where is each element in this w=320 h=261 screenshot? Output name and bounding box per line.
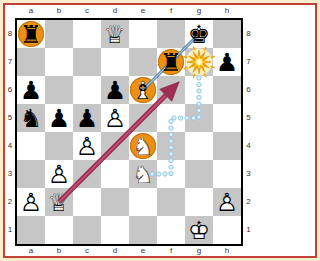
highlight-circle-e6 <box>130 77 156 103</box>
square-c7[interactable] <box>73 48 101 76</box>
square-a1[interactable] <box>17 216 45 244</box>
file-label: b <box>45 246 73 256</box>
square-a5[interactable] <box>17 104 45 132</box>
file-labels-top: abcdefgh <box>17 5 241 17</box>
square-b4[interactable] <box>45 132 73 160</box>
square-e3[interactable] <box>129 160 157 188</box>
highlight-circle-f7 <box>158 49 184 75</box>
rank-label: 2 <box>5 188 15 216</box>
square-e6[interactable] <box>129 76 157 104</box>
square-g4[interactable] <box>185 132 213 160</box>
square-b7[interactable] <box>45 48 73 76</box>
square-g2[interactable] <box>185 188 213 216</box>
square-g8[interactable] <box>185 20 213 48</box>
square-b2[interactable] <box>45 188 73 216</box>
square-h6[interactable] <box>213 76 241 104</box>
file-label: d <box>101 246 129 256</box>
square-g6[interactable] <box>185 76 213 104</box>
file-label: c <box>73 5 101 17</box>
rank-labels-left: 87654321 <box>5 20 15 244</box>
diagram-frame: abcdefgh abcdefgh 87654321 87654321 ♜♛♕♚… <box>3 3 259 258</box>
rank-label: 1 <box>5 216 15 244</box>
rank-label: 1 <box>243 216 254 244</box>
square-f8[interactable] <box>157 20 185 48</box>
rank-label: 8 <box>5 20 15 48</box>
file-label: f <box>157 246 185 256</box>
file-label: c <box>73 246 101 256</box>
rank-label: 7 <box>243 48 254 76</box>
square-h1[interactable] <box>213 216 241 244</box>
square-a6[interactable] <box>17 76 45 104</box>
square-d6[interactable] <box>101 76 129 104</box>
square-d7[interactable] <box>101 48 129 76</box>
file-label: h <box>213 246 241 256</box>
rank-label: 3 <box>5 160 15 188</box>
highlight-circle-a8 <box>18 21 44 47</box>
chess-board: ♜♛♕♚♜♟♟♟♝♗♞♟♟♟♙♟♙♞♘♟♙♞♘♟♙♛♕♟♙♚♔ <box>15 18 243 246</box>
square-f1[interactable] <box>157 216 185 244</box>
file-label: e <box>129 246 157 256</box>
square-f3[interactable] <box>157 160 185 188</box>
rank-labels-right: 87654321 <box>243 20 254 244</box>
file-labels-bottom: abcdefgh <box>17 246 241 256</box>
square-a3[interactable] <box>17 160 45 188</box>
square-e8[interactable] <box>129 20 157 48</box>
square-h4[interactable] <box>213 132 241 160</box>
square-c6[interactable] <box>73 76 101 104</box>
square-c2[interactable] <box>73 188 101 216</box>
rank-label: 8 <box>243 20 254 48</box>
square-e5[interactable] <box>129 104 157 132</box>
square-c4[interactable] <box>73 132 101 160</box>
square-a2[interactable] <box>17 188 45 216</box>
file-label: b <box>45 5 73 17</box>
square-b1[interactable] <box>45 216 73 244</box>
rank-label: 6 <box>5 76 15 104</box>
square-e7[interactable] <box>129 48 157 76</box>
square-c8[interactable] <box>73 20 101 48</box>
rank-label: 2 <box>243 188 254 216</box>
square-e2[interactable] <box>129 188 157 216</box>
square-d8[interactable] <box>101 20 129 48</box>
file-label: f <box>157 5 185 17</box>
file-label: d <box>101 5 129 17</box>
square-h8[interactable] <box>213 20 241 48</box>
square-c1[interactable] <box>73 216 101 244</box>
highlight-circle-e4 <box>130 133 156 159</box>
square-g5[interactable] <box>185 104 213 132</box>
square-e1[interactable] <box>129 216 157 244</box>
square-d1[interactable] <box>101 216 129 244</box>
square-g7[interactable] <box>185 48 213 76</box>
square-d5[interactable] <box>101 104 129 132</box>
file-label: a <box>17 5 45 17</box>
file-label: h <box>213 5 241 17</box>
square-h5[interactable] <box>213 104 241 132</box>
rank-label: 4 <box>243 132 254 160</box>
square-g3[interactable] <box>185 160 213 188</box>
square-b6[interactable] <box>45 76 73 104</box>
square-a7[interactable] <box>17 48 45 76</box>
squares-grid <box>17 20 241 244</box>
square-a8[interactable] <box>17 20 45 48</box>
square-a4[interactable] <box>17 132 45 160</box>
rank-label: 6 <box>243 76 254 104</box>
rank-label: 4 <box>5 132 15 160</box>
square-b5[interactable] <box>45 104 73 132</box>
square-h3[interactable] <box>213 160 241 188</box>
square-c3[interactable] <box>73 160 101 188</box>
square-b3[interactable] <box>45 160 73 188</box>
file-label: e <box>129 5 157 17</box>
file-label: g <box>185 246 213 256</box>
square-d3[interactable] <box>101 160 129 188</box>
square-f6[interactable] <box>157 76 185 104</box>
rank-label: 5 <box>243 104 254 132</box>
square-b8[interactable] <box>45 20 73 48</box>
square-h2[interactable] <box>213 188 241 216</box>
rank-label: 5 <box>5 104 15 132</box>
square-f4[interactable] <box>157 132 185 160</box>
square-c5[interactable] <box>73 104 101 132</box>
square-h7[interactable] <box>213 48 241 76</box>
square-d4[interactable] <box>101 132 129 160</box>
square-d2[interactable] <box>101 188 129 216</box>
square-f7[interactable] <box>157 48 185 76</box>
file-label: g <box>185 5 213 17</box>
rank-label: 7 <box>5 48 15 76</box>
square-g1[interactable] <box>185 216 213 244</box>
square-e4[interactable] <box>129 132 157 160</box>
square-f5[interactable] <box>157 104 185 132</box>
square-f2[interactable] <box>157 188 185 216</box>
file-label: a <box>17 246 45 256</box>
rank-label: 3 <box>243 160 254 188</box>
